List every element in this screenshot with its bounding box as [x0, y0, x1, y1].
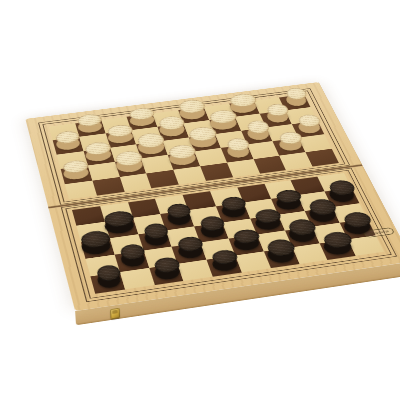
light-square[interactable] — [120, 268, 155, 290]
light-square[interactable] — [65, 180, 97, 199]
board-half-far — [25, 82, 362, 208]
light-square[interactable] — [348, 235, 384, 256]
dark-square[interactable] — [61, 166, 93, 184]
dark-square[interactable] — [264, 247, 300, 268]
scene: Jeujura — [25, 82, 400, 311]
play-grid-far — [49, 94, 339, 199]
light-square[interactable] — [279, 152, 312, 170]
dark-square[interactable] — [149, 264, 184, 286]
dark-square[interactable] — [115, 159, 147, 177]
dark-square[interactable] — [90, 272, 125, 294]
light-square[interactable] — [235, 251, 271, 272]
dark-piece[interactable] — [208, 257, 242, 277]
light-square[interactable] — [194, 148, 226, 166]
dark-square[interactable] — [273, 138, 306, 156]
brass-latch-left — [110, 308, 120, 319]
light-square[interactable] — [299, 134, 332, 152]
dark-piece[interactable] — [94, 272, 125, 293]
dark-square[interactable] — [83, 148, 114, 166]
dark-piece[interactable] — [118, 251, 149, 272]
dark-square[interactable] — [92, 177, 124, 196]
dark-square[interactable] — [72, 206, 105, 226]
dark-piece[interactable] — [319, 238, 356, 260]
checkers-board: Jeujura — [25, 82, 400, 311]
light-square[interactable] — [119, 173, 151, 192]
dark-square[interactable] — [306, 149, 339, 167]
dark-square[interactable] — [207, 255, 242, 276]
dark-square[interactable] — [146, 170, 178, 189]
dark-piece[interactable] — [263, 246, 299, 268]
dark-square[interactable] — [253, 155, 286, 173]
dark-square[interactable] — [320, 239, 356, 260]
dark-piece[interactable] — [151, 264, 184, 285]
product-photo-background: Jeujura — [0, 0, 400, 400]
